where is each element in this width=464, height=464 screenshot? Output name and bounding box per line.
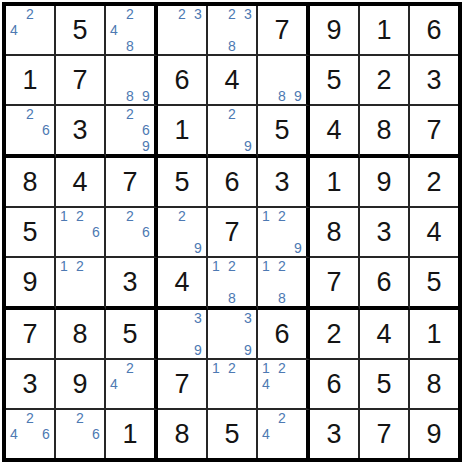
pencil-mark-2: 2	[72, 258, 88, 274]
pencil-mark-1: 1	[258, 258, 274, 274]
pencil-mark-2: 2	[122, 6, 138, 22]
cell-value: 7	[208, 208, 256, 256]
pencil-mark-9: 9	[240, 138, 256, 154]
cell-r1c1[interactable]: 24	[6, 6, 56, 56]
pencil-mark-9: 9	[290, 240, 306, 256]
cell-value: 8	[56, 310, 104, 358]
pencil-mark-6: 6	[38, 122, 54, 138]
cell-r5c9[interactable]: 4	[410, 208, 458, 258]
pencil-marks: 39	[208, 310, 256, 358]
cell-value: 7	[6, 310, 54, 358]
cell-value: 9	[360, 158, 408, 206]
cell-value: 4	[310, 106, 358, 154]
pencil-marks: 128	[208, 258, 256, 306]
cell-r4c1[interactable]: 8	[6, 158, 56, 208]
cell-value: 3	[106, 258, 154, 306]
cell-r2c4[interactable]: 6	[158, 56, 208, 106]
pencil-mark-2: 2	[224, 360, 240, 376]
cell-r3c3[interactable]: 269	[106, 106, 158, 158]
cell-r3c1[interactable]: 26	[6, 106, 56, 158]
cell-r1c8[interactable]: 1	[360, 6, 410, 56]
cell-r7c7[interactable]: 2	[310, 310, 360, 360]
pencil-marks: 12	[56, 258, 104, 306]
cell-value: 5	[410, 258, 458, 306]
cell-value: 8	[360, 106, 408, 154]
cell-value: 7	[158, 360, 206, 408]
cell-value: 2	[360, 56, 408, 104]
pencil-mark-3: 3	[190, 310, 206, 326]
cell-value: 1	[360, 6, 408, 54]
cell-r5c5[interactable]: 7	[208, 208, 258, 258]
cell-value: 3	[6, 360, 54, 408]
pencil-marks: 124	[258, 360, 306, 408]
cell-value: 8	[6, 158, 54, 206]
pencil-mark-2: 2	[122, 106, 138, 122]
pencil-mark-4: 4	[106, 22, 122, 38]
pencil-mark-8: 8	[122, 88, 138, 104]
cell-value: 7	[310, 258, 358, 306]
cell-value: 5	[106, 310, 154, 358]
pencil-mark-6: 6	[88, 224, 104, 240]
cell-value: 1	[310, 158, 358, 206]
cell-value: 2	[410, 158, 458, 206]
cell-r5c8[interactable]: 3	[360, 208, 410, 258]
pencil-mark-4: 4	[6, 22, 22, 38]
cell-value: 9	[56, 360, 104, 408]
cell-r1c4[interactable]: 23	[158, 6, 208, 56]
cell-value: 6	[158, 56, 206, 104]
pencil-mark-8: 8	[224, 290, 240, 306]
cell-value: 7	[56, 56, 104, 104]
cell-r7c9[interactable]: 1	[410, 310, 458, 360]
cell-r2c6[interactable]: 89	[258, 56, 310, 106]
cell-r3c7[interactable]: 4	[310, 106, 360, 158]
cell-r1c5[interactable]: 238	[208, 6, 258, 56]
cell-value: 1	[106, 410, 154, 458]
pencil-marks: 126	[56, 208, 104, 256]
cell-value: 1	[6, 56, 54, 104]
cell-value: 2	[310, 310, 358, 358]
cell-r7c2[interactable]: 8	[56, 310, 106, 360]
pencil-marks: 129	[258, 208, 306, 256]
pencil-mark-6: 6	[138, 122, 154, 138]
pencil-mark-8: 8	[224, 38, 240, 54]
pencil-marks: 89	[106, 56, 154, 104]
cell-r6c5[interactable]: 128	[208, 258, 258, 310]
cell-r6c6[interactable]: 128	[258, 258, 310, 310]
pencil-mark-1: 1	[258, 208, 274, 224]
cell-value: 6	[208, 158, 256, 206]
pencil-mark-3: 3	[190, 6, 206, 22]
pencil-marks: 246	[6, 410, 54, 458]
pencil-mark-2: 2	[224, 106, 240, 122]
cell-value: 9	[410, 410, 458, 458]
cell-r3c5[interactable]: 29	[208, 106, 258, 158]
sudoku-app: 2452482323879161789648952326326912954878…	[0, 0, 464, 464]
cell-value: 6	[360, 258, 408, 306]
cell-r9c6[interactable]: 24	[258, 410, 310, 458]
cell-r8c4[interactable]: 7	[158, 360, 208, 410]
cell-r9c8[interactable]: 7	[360, 410, 410, 458]
cell-r2c5[interactable]: 4	[208, 56, 258, 106]
pencil-marks: 248	[106, 6, 154, 54]
cell-r4c3[interactable]: 7	[106, 158, 158, 208]
cell-r1c2[interactable]: 5	[56, 6, 106, 56]
cell-r7c5[interactable]: 39	[208, 310, 258, 360]
pencil-mark-2: 2	[22, 6, 38, 22]
pencil-mark-2: 2	[122, 360, 138, 376]
cell-value: 1	[158, 106, 206, 154]
cell-r5c6[interactable]: 129	[258, 208, 310, 258]
cell-r8c7[interactable]: 6	[310, 360, 360, 410]
cell-r8c9[interactable]: 8	[410, 360, 458, 410]
cell-r5c7[interactable]: 8	[310, 208, 360, 258]
cell-r9c4[interactable]: 8	[158, 410, 208, 458]
cell-value: 7	[410, 106, 458, 154]
pencil-mark-4: 4	[6, 426, 22, 442]
cell-r4c4[interactable]: 5	[158, 158, 208, 208]
cell-r8c6[interactable]: 124	[258, 360, 310, 410]
pencil-marks: 269	[106, 106, 154, 154]
cell-r4c5[interactable]: 6	[208, 158, 258, 208]
cell-value: 1	[410, 310, 458, 358]
pencil-marks: 128	[258, 258, 306, 306]
pencil-mark-2: 2	[174, 6, 190, 22]
cell-r6c9[interactable]: 5	[410, 258, 458, 310]
cell-r6c3[interactable]: 3	[106, 258, 158, 310]
pencil-mark-2: 2	[22, 106, 38, 122]
cell-r2c8[interactable]: 2	[360, 56, 410, 106]
cell-value: 9	[310, 6, 358, 54]
cell-r5c3[interactable]: 26	[106, 208, 158, 258]
pencil-mark-2: 2	[72, 208, 88, 224]
cell-value: 4	[158, 258, 206, 306]
cell-value: 4	[56, 158, 104, 206]
pencil-mark-2: 2	[274, 410, 290, 426]
cell-r1c7[interactable]: 9	[310, 6, 360, 56]
cell-r7c6[interactable]: 6	[258, 310, 310, 360]
cell-r2c7[interactable]: 5	[310, 56, 360, 106]
cell-value: 7	[258, 6, 306, 54]
pencil-mark-2: 2	[122, 208, 138, 224]
pencil-mark-2: 2	[274, 360, 290, 376]
cell-value: 5	[158, 158, 206, 206]
cell-r3c2[interactable]: 3	[56, 106, 106, 158]
cell-r2c9[interactable]: 3	[410, 56, 458, 106]
pencil-mark-1: 1	[56, 208, 72, 224]
cell-value: 4	[360, 310, 408, 358]
cell-r6c2[interactable]: 12	[56, 258, 106, 310]
pencil-mark-9: 9	[138, 138, 154, 154]
cell-r1c6[interactable]: 7	[258, 6, 310, 56]
pencil-mark-2: 2	[22, 410, 38, 426]
cell-value: 4	[410, 208, 458, 256]
cell-r4c7[interactable]: 1	[310, 158, 360, 208]
cell-value: 6	[410, 6, 458, 54]
cell-r9c5[interactable]: 5	[208, 410, 258, 458]
cell-value: 5	[310, 56, 358, 104]
pencil-marks: 26	[106, 208, 154, 256]
pencil-mark-2: 2	[72, 410, 88, 426]
cell-value: 6	[258, 310, 306, 358]
pencil-marks: 24	[106, 360, 154, 408]
cell-r8c5[interactable]: 12	[208, 360, 258, 410]
cell-r8c3[interactable]: 24	[106, 360, 158, 410]
pencil-mark-2: 2	[224, 6, 240, 22]
pencil-mark-6: 6	[138, 224, 154, 240]
cell-r5c4[interactable]: 29	[158, 208, 208, 258]
cell-value: 7	[106, 158, 154, 206]
cell-r8c8[interactable]: 5	[360, 360, 410, 410]
cell-r7c4[interactable]: 39	[158, 310, 208, 360]
cell-r5c1[interactable]: 5	[6, 208, 56, 258]
cell-r7c1[interactable]: 7	[6, 310, 56, 360]
pencil-marks: 12	[208, 360, 256, 408]
cell-value: 3	[56, 106, 104, 154]
cell-value: 3	[310, 410, 358, 458]
pencil-marks: 29	[158, 208, 206, 256]
cell-value: 3	[410, 56, 458, 104]
pencil-mark-1: 1	[56, 258, 72, 274]
pencil-mark-8: 8	[274, 88, 290, 104]
pencil-marks: 23	[158, 6, 206, 54]
cell-r4c8[interactable]: 9	[360, 158, 410, 208]
cell-r4c9[interactable]: 2	[410, 158, 458, 208]
pencil-mark-8: 8	[274, 290, 290, 306]
pencil-mark-3: 3	[240, 6, 256, 22]
pencil-marks: 24	[6, 6, 54, 54]
cell-r8c1[interactable]: 3	[6, 360, 56, 410]
cell-r9c7[interactable]: 3	[310, 410, 360, 458]
cell-r1c9[interactable]: 6	[410, 6, 458, 56]
cell-r4c6[interactable]: 3	[258, 158, 310, 208]
cell-r6c8[interactable]: 6	[360, 258, 410, 310]
cell-value: 5	[360, 360, 408, 408]
cell-value: 4	[208, 56, 256, 104]
sudoku-board: 2452482323879161789648952326326912954878…	[2, 2, 462, 462]
pencil-mark-4: 4	[258, 376, 274, 392]
cell-r2c3[interactable]: 89	[106, 56, 158, 106]
pencil-mark-2: 2	[274, 258, 290, 274]
cell-r2c1[interactable]: 1	[6, 56, 56, 106]
cell-value: 5	[208, 410, 256, 458]
cell-value: 9	[6, 258, 54, 306]
pencil-mark-9: 9	[190, 240, 206, 256]
cell-value: 5	[56, 6, 104, 54]
cell-r9c3[interactable]: 1	[106, 410, 158, 458]
cell-r9c2[interactable]: 26	[56, 410, 106, 458]
cell-r4c2[interactable]: 4	[56, 158, 106, 208]
pencil-marks: 29	[208, 106, 256, 154]
cell-r8c2[interactable]: 9	[56, 360, 106, 410]
cell-value: 5	[258, 106, 306, 154]
pencil-mark-9: 9	[190, 342, 206, 358]
cell-r6c1[interactable]: 9	[6, 258, 56, 310]
cell-r1c3[interactable]: 248	[106, 6, 158, 56]
pencil-marks: 26	[6, 106, 54, 154]
cell-r2c2[interactable]: 7	[56, 56, 106, 106]
pencil-mark-3: 3	[240, 310, 256, 326]
pencil-mark-8: 8	[122, 38, 138, 54]
pencil-marks: 238	[208, 6, 256, 54]
pencil-marks: 39	[158, 310, 206, 358]
cell-r7c8[interactable]: 4	[360, 310, 410, 360]
pencil-marks: 24	[258, 410, 306, 458]
pencil-mark-9: 9	[138, 88, 154, 104]
cell-r6c4[interactable]: 4	[158, 258, 208, 310]
cell-value: 8	[158, 410, 206, 458]
cell-r9c1[interactable]: 246	[6, 410, 56, 458]
pencil-mark-6: 6	[88, 426, 104, 442]
pencil-marks: 26	[56, 410, 104, 458]
pencil-mark-4: 4	[106, 376, 122, 392]
cell-r5c2[interactable]: 126	[56, 208, 106, 258]
cell-r6c7[interactable]: 7	[310, 258, 360, 310]
pencil-mark-4: 4	[258, 426, 274, 442]
cell-r9c9[interactable]: 9	[410, 410, 458, 458]
pencil-mark-9: 9	[290, 88, 306, 104]
pencil-marks: 89	[258, 56, 306, 104]
cell-r3c4[interactable]: 1	[158, 106, 208, 158]
cell-value: 6	[310, 360, 358, 408]
cell-r3c8[interactable]: 8	[360, 106, 410, 158]
cell-r7c3[interactable]: 5	[106, 310, 158, 360]
pencil-mark-2: 2	[274, 208, 290, 224]
cell-value: 7	[360, 410, 408, 458]
pencil-mark-2: 2	[224, 258, 240, 274]
cell-value: 3	[258, 158, 306, 206]
pencil-mark-1: 1	[208, 258, 224, 274]
cell-r3c6[interactable]: 5	[258, 106, 310, 158]
pencil-mark-1: 1	[208, 360, 224, 376]
pencil-mark-1: 1	[258, 360, 274, 376]
cell-value: 5	[6, 208, 54, 256]
pencil-mark-9: 9	[240, 342, 256, 358]
cell-value: 8	[410, 360, 458, 408]
cell-value: 3	[360, 208, 408, 256]
cell-r3c9[interactable]: 7	[410, 106, 458, 158]
cell-value: 8	[310, 208, 358, 256]
pencil-mark-2: 2	[174, 208, 190, 224]
pencil-mark-6: 6	[38, 426, 54, 442]
